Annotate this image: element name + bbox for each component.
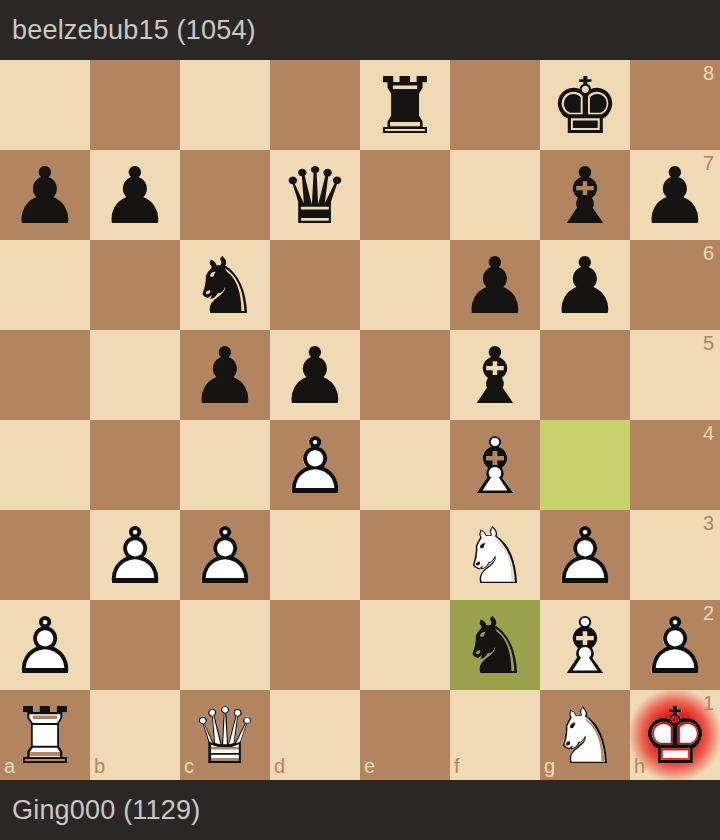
black-knight-icon: ♞ bbox=[180, 240, 270, 330]
piece-white-pawn[interactable]: ♟♙ bbox=[540, 510, 630, 600]
square-b4[interactable] bbox=[90, 420, 180, 510]
piece-black-queen[interactable]: ♛ bbox=[270, 150, 360, 240]
piece-white-pawn[interactable]: ♟♙ bbox=[180, 510, 270, 600]
square-d5[interactable]: ♟ bbox=[270, 330, 360, 420]
square-g8[interactable]: ♚ bbox=[540, 60, 630, 150]
piece-white-bishop[interactable]: ♝♗ bbox=[450, 420, 540, 510]
square-a5[interactable] bbox=[0, 330, 90, 420]
black-pawn-icon: ♟ bbox=[450, 240, 540, 330]
white-pawn-outline-icon: ♙ bbox=[630, 600, 720, 690]
piece-black-knight[interactable]: ♞ bbox=[180, 240, 270, 330]
piece-black-rook[interactable]: ♜ bbox=[360, 60, 450, 150]
square-e7[interactable] bbox=[360, 150, 450, 240]
square-c6[interactable]: ♞ bbox=[180, 240, 270, 330]
square-c2[interactable] bbox=[180, 600, 270, 690]
square-h6[interactable]: 6 bbox=[630, 240, 720, 330]
rank-label-5: 5 bbox=[703, 332, 714, 355]
square-h7[interactable]: ♟7 bbox=[630, 150, 720, 240]
square-c7[interactable] bbox=[180, 150, 270, 240]
black-pawn-icon: ♟ bbox=[180, 330, 270, 420]
piece-white-bishop[interactable]: ♝♗ bbox=[540, 600, 630, 690]
piece-black-pawn[interactable]: ♟ bbox=[630, 150, 720, 240]
white-king-outline-icon: ♔ bbox=[630, 690, 720, 780]
piece-black-bishop[interactable]: ♝ bbox=[540, 150, 630, 240]
square-d8[interactable] bbox=[270, 60, 360, 150]
black-bishop-icon: ♝ bbox=[450, 330, 540, 420]
square-d7[interactable]: ♛ bbox=[270, 150, 360, 240]
piece-black-bishop[interactable]: ♝ bbox=[450, 330, 540, 420]
square-b8[interactable] bbox=[90, 60, 180, 150]
square-c3[interactable]: ♟♙ bbox=[180, 510, 270, 600]
square-b6[interactable] bbox=[90, 240, 180, 330]
black-pawn-icon: ♟ bbox=[540, 240, 630, 330]
white-rook-outline-icon: ♖ bbox=[0, 690, 90, 780]
square-a6[interactable] bbox=[0, 240, 90, 330]
file-label-b: b bbox=[94, 755, 105, 778]
white-knight-outline-icon: ♘ bbox=[450, 510, 540, 600]
piece-white-knight[interactable]: ♞♘ bbox=[450, 510, 540, 600]
square-e5[interactable] bbox=[360, 330, 450, 420]
square-e4[interactable] bbox=[360, 420, 450, 510]
square-f3[interactable]: ♞♘ bbox=[450, 510, 540, 600]
black-pawn-icon: ♟ bbox=[630, 150, 720, 240]
square-g3[interactable]: ♟♙ bbox=[540, 510, 630, 600]
square-b1[interactable]: b bbox=[90, 690, 180, 780]
piece-white-pawn[interactable]: ♟♙ bbox=[270, 420, 360, 510]
white-pawn-outline-icon: ♙ bbox=[0, 600, 90, 690]
white-pawn-outline-icon: ♙ bbox=[90, 510, 180, 600]
square-h8[interactable]: 8 bbox=[630, 60, 720, 150]
black-rook-icon: ♜ bbox=[360, 60, 450, 150]
square-d4[interactable]: ♟♙ bbox=[270, 420, 360, 510]
chess-board[interactable]: ♜♚8♟♟♛♝♟7♞♟♟6♟♟♝5♟♙♝♗4♟♙♟♙♞♘♟♙3♟♙♞♝♗♟♙2♜… bbox=[0, 60, 720, 780]
file-label-f: f bbox=[454, 755, 460, 778]
square-b3[interactable]: ♟♙ bbox=[90, 510, 180, 600]
square-g7[interactable]: ♝ bbox=[540, 150, 630, 240]
square-f5[interactable]: ♝ bbox=[450, 330, 540, 420]
white-pawn-outline-icon: ♙ bbox=[270, 420, 360, 510]
square-e2[interactable] bbox=[360, 600, 450, 690]
square-a4[interactable] bbox=[0, 420, 90, 510]
piece-white-knight[interactable]: ♞♘ bbox=[540, 690, 630, 780]
piece-black-pawn[interactable]: ♟ bbox=[180, 330, 270, 420]
square-d6[interactable] bbox=[270, 240, 360, 330]
square-b7[interactable]: ♟ bbox=[90, 150, 180, 240]
square-c5[interactable]: ♟ bbox=[180, 330, 270, 420]
square-e1[interactable]: e bbox=[360, 690, 450, 780]
rank-label-6: 6 bbox=[703, 242, 714, 265]
square-a2[interactable]: ♟♙ bbox=[0, 600, 90, 690]
square-h1[interactable]: ♚♔h1 bbox=[630, 690, 720, 780]
square-g4[interactable] bbox=[540, 420, 630, 510]
black-king-icon: ♚ bbox=[540, 60, 630, 150]
square-a7[interactable]: ♟ bbox=[0, 150, 90, 240]
piece-black-pawn[interactable]: ♟ bbox=[270, 330, 360, 420]
square-d3[interactable] bbox=[270, 510, 360, 600]
piece-black-knight[interactable]: ♞ bbox=[450, 600, 540, 690]
square-b5[interactable] bbox=[90, 330, 180, 420]
piece-white-king[interactable]: ♚♔ bbox=[630, 690, 720, 780]
square-g2[interactable]: ♝♗ bbox=[540, 600, 630, 690]
white-bishop-outline-icon: ♗ bbox=[540, 600, 630, 690]
square-c8[interactable] bbox=[180, 60, 270, 150]
black-queen-icon: ♛ bbox=[270, 150, 360, 240]
black-bishop-icon: ♝ bbox=[540, 150, 630, 240]
piece-white-pawn[interactable]: ♟♙ bbox=[0, 600, 90, 690]
square-e8[interactable]: ♜ bbox=[360, 60, 450, 150]
square-a8[interactable] bbox=[0, 60, 90, 150]
square-c1[interactable]: ♛♕c bbox=[180, 690, 270, 780]
square-f4[interactable]: ♝♗ bbox=[450, 420, 540, 510]
piece-black-pawn[interactable]: ♟ bbox=[450, 240, 540, 330]
file-label-e: e bbox=[364, 755, 375, 778]
chess-game-screen: beelzebub15 (1054) ♜♚8♟♟♛♝♟7♞♟♟6♟♟♝5♟♙♝♗… bbox=[0, 0, 720, 840]
square-f2[interactable]: ♞ bbox=[450, 600, 540, 690]
square-b2[interactable] bbox=[90, 600, 180, 690]
piece-black-king[interactable]: ♚ bbox=[540, 60, 630, 150]
white-knight-outline-icon: ♘ bbox=[540, 690, 630, 780]
piece-white-queen[interactable]: ♛♕ bbox=[180, 690, 270, 780]
square-a3[interactable] bbox=[0, 510, 90, 600]
piece-white-pawn[interactable]: ♟♙ bbox=[90, 510, 180, 600]
white-queen-outline-icon: ♕ bbox=[180, 690, 270, 780]
file-label-d: d bbox=[274, 755, 285, 778]
opponent-name-rating: beelzebub15 (1054) bbox=[12, 15, 256, 46]
white-pawn-outline-icon: ♙ bbox=[540, 510, 630, 600]
rank-label-3: 3 bbox=[703, 512, 714, 535]
square-g6[interactable]: ♟ bbox=[540, 240, 630, 330]
square-h3[interactable]: 3 bbox=[630, 510, 720, 600]
square-d1[interactable]: d bbox=[270, 690, 360, 780]
piece-black-pawn[interactable]: ♟ bbox=[90, 150, 180, 240]
square-a1[interactable]: ♜♖a bbox=[0, 690, 90, 780]
square-h4[interactable]: 4 bbox=[630, 420, 720, 510]
square-f1[interactable]: f bbox=[450, 690, 540, 780]
square-f7[interactable] bbox=[450, 150, 540, 240]
square-f6[interactable]: ♟ bbox=[450, 240, 540, 330]
piece-white-pawn[interactable]: ♟♙ bbox=[630, 600, 720, 690]
square-d2[interactable] bbox=[270, 600, 360, 690]
square-f8[interactable] bbox=[450, 60, 540, 150]
piece-black-pawn[interactable]: ♟ bbox=[540, 240, 630, 330]
white-bishop-outline-icon: ♗ bbox=[450, 420, 540, 510]
square-c4[interactable] bbox=[180, 420, 270, 510]
square-g1[interactable]: ♞♘g bbox=[540, 690, 630, 780]
black-pawn-icon: ♟ bbox=[0, 150, 90, 240]
black-pawn-icon: ♟ bbox=[270, 330, 360, 420]
black-pawn-icon: ♟ bbox=[90, 150, 180, 240]
square-e6[interactable] bbox=[360, 240, 450, 330]
rank-label-4: 4 bbox=[703, 422, 714, 445]
rank-label-8: 8 bbox=[703, 62, 714, 85]
black-knight-icon: ♞ bbox=[450, 600, 540, 690]
opponent-bar: beelzebub15 (1054) bbox=[0, 0, 720, 60]
player-name-rating: Ging000 (1129) bbox=[12, 795, 200, 826]
square-g5[interactable] bbox=[540, 330, 630, 420]
square-e3[interactable] bbox=[360, 510, 450, 600]
player-bar: Ging000 (1129) bbox=[0, 780, 720, 840]
square-h5[interactable]: 5 bbox=[630, 330, 720, 420]
square-h2[interactable]: ♟♙2 bbox=[630, 600, 720, 690]
piece-white-rook[interactable]: ♜♖ bbox=[0, 690, 90, 780]
piece-black-pawn[interactable]: ♟ bbox=[0, 150, 90, 240]
white-pawn-outline-icon: ♙ bbox=[180, 510, 270, 600]
